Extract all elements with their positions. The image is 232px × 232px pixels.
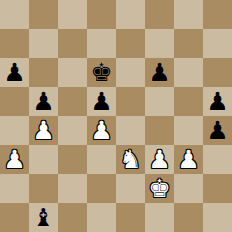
square-b8[interactable] [29,0,58,29]
square-h3[interactable] [203,145,232,174]
square-a2[interactable] [0,174,29,203]
square-c4[interactable] [58,116,87,145]
square-d6[interactable]: ♚ [87,58,116,87]
square-b1[interactable]: ♝ [29,203,58,232]
square-g8[interactable] [174,0,203,29]
piece-black-bishop[interactable]: ♝ [32,203,54,232]
piece-white-pawn[interactable]: ♟ [148,145,170,174]
piece-black-pawn[interactable]: ♟ [206,116,228,145]
square-h1[interactable] [203,203,232,232]
square-b4[interactable]: ♟ [29,116,58,145]
square-a6[interactable]: ♟ [0,58,29,87]
square-h8[interactable] [203,0,232,29]
square-e3[interactable]: ♞ [116,145,145,174]
piece-black-pawn[interactable]: ♟ [3,58,25,87]
square-h5[interactable]: ♟ [203,87,232,116]
square-c1[interactable] [58,203,87,232]
square-a4[interactable] [0,116,29,145]
square-g2[interactable] [174,174,203,203]
square-b7[interactable] [29,29,58,58]
piece-white-king[interactable]: ♚ [148,174,170,203]
square-d3[interactable] [87,145,116,174]
square-b5[interactable]: ♟ [29,87,58,116]
piece-white-pawn[interactable]: ♟ [90,116,112,145]
square-g5[interactable] [174,87,203,116]
square-a3[interactable]: ♟ [0,145,29,174]
square-h4[interactable]: ♟ [203,116,232,145]
square-d4[interactable]: ♟ [87,116,116,145]
square-d5[interactable]: ♟ [87,87,116,116]
piece-white-pawn[interactable]: ♟ [32,116,54,145]
square-f6[interactable]: ♟ [145,58,174,87]
square-f3[interactable]: ♟ [145,145,174,174]
piece-black-pawn[interactable]: ♟ [148,58,170,87]
square-d7[interactable] [87,29,116,58]
square-e8[interactable] [116,0,145,29]
piece-white-knight[interactable]: ♞ [119,145,141,174]
square-c8[interactable] [58,0,87,29]
square-f8[interactable] [145,0,174,29]
square-a8[interactable] [0,0,29,29]
piece-black-pawn[interactable]: ♟ [32,87,54,116]
square-g1[interactable] [174,203,203,232]
square-b6[interactable] [29,58,58,87]
piece-white-pawn[interactable]: ♟ [3,145,25,174]
square-g3[interactable]: ♟ [174,145,203,174]
square-f1[interactable] [145,203,174,232]
square-g4[interactable] [174,116,203,145]
square-d1[interactable] [87,203,116,232]
square-c3[interactable] [58,145,87,174]
square-f2[interactable]: ♚ [145,174,174,203]
square-h6[interactable] [203,58,232,87]
square-e6[interactable] [116,58,145,87]
square-f5[interactable] [145,87,174,116]
piece-black-king[interactable]: ♚ [90,58,112,87]
square-e4[interactable] [116,116,145,145]
square-g6[interactable] [174,58,203,87]
square-c7[interactable] [58,29,87,58]
square-d2[interactable] [87,174,116,203]
square-b2[interactable] [29,174,58,203]
square-d8[interactable] [87,0,116,29]
piece-white-pawn[interactable]: ♟ [177,145,199,174]
square-b3[interactable] [29,145,58,174]
square-g7[interactable] [174,29,203,58]
square-a5[interactable] [0,87,29,116]
square-h7[interactable] [203,29,232,58]
square-c6[interactable] [58,58,87,87]
square-e1[interactable] [116,203,145,232]
piece-black-pawn[interactable]: ♟ [206,87,228,116]
piece-black-pawn[interactable]: ♟ [90,87,112,116]
square-h2[interactable] [203,174,232,203]
square-c5[interactable] [58,87,87,116]
square-f4[interactable] [145,116,174,145]
square-e7[interactable] [116,29,145,58]
square-a1[interactable] [0,203,29,232]
chess-board: ♟♚♟♟♟♟♟♟♟♟♞♟♟♚♝ [0,0,232,232]
square-c2[interactable] [58,174,87,203]
square-e2[interactable] [116,174,145,203]
square-f7[interactable] [145,29,174,58]
square-a7[interactable] [0,29,29,58]
square-e5[interactable] [116,87,145,116]
